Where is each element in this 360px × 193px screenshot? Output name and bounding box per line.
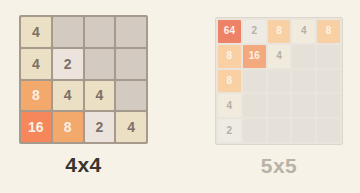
- tile-16-r4c1: 16: [21, 112, 51, 142]
- tile-8-r1c3: 8: [268, 20, 291, 43]
- tile-2-r5c1: 2: [218, 119, 241, 142]
- board-size-label-5x5: 5x5: [215, 154, 343, 178]
- empty-cell-r1c4: [116, 17, 146, 47]
- tile-4-r1c4: 4: [292, 20, 315, 43]
- board-size-chooser: 44284416824 4x4 6428488164842 5x5: [0, 0, 360, 193]
- tile-4-r1c1: 4: [21, 17, 51, 47]
- board-5x5-preview: 6428488164842: [215, 17, 343, 145]
- tile-8-r3c1: 8: [21, 81, 51, 111]
- tile-4-r4c4: 4: [116, 112, 146, 142]
- tile-4-r2c1: 4: [21, 49, 51, 79]
- empty-cell-r5c4: [292, 119, 315, 142]
- empty-cell-r2c3: [85, 49, 115, 79]
- empty-cell-r4c4: [292, 94, 315, 117]
- tile-8-r2c1: 8: [218, 45, 241, 68]
- tile-8-r3c1: 8: [218, 70, 241, 93]
- tile-64-r1c1: 64: [218, 20, 241, 43]
- empty-cell-r4c5: [317, 94, 340, 117]
- tile-4-r3c3: 4: [85, 81, 115, 111]
- tile-8-r1c5: 8: [317, 20, 340, 43]
- empty-cell-r2c5: [317, 45, 340, 68]
- tile-4-r3c2: 4: [53, 81, 83, 111]
- empty-cell-r4c3: [268, 94, 291, 117]
- empty-cell-r3c2: [243, 70, 266, 93]
- empty-cell-r1c2: [53, 17, 83, 47]
- empty-cell-r4c2: [243, 94, 266, 117]
- tile-4-r2c3: 4: [268, 45, 291, 68]
- empty-cell-r5c2: [243, 119, 266, 142]
- tile-2-r4c3: 2: [85, 112, 115, 142]
- empty-cell-r3c4: [292, 70, 315, 93]
- board-size-label-4x4: 4x4: [19, 153, 148, 177]
- board-4x4-preview: 44284416824: [19, 15, 148, 144]
- tile-16-r2c2: 16: [243, 45, 266, 68]
- empty-cell-r2c4: [292, 45, 315, 68]
- empty-cell-r3c5: [317, 70, 340, 93]
- tile-8-r4c2: 8: [53, 112, 83, 142]
- empty-cell-r1c3: [85, 17, 115, 47]
- empty-cell-r5c5: [317, 119, 340, 142]
- tile-4-r4c1: 4: [218, 94, 241, 117]
- empty-cell-r2c4: [116, 49, 146, 79]
- board-size-option-4x4[interactable]: 44284416824 4x4: [19, 15, 148, 177]
- empty-cell-r5c3: [268, 119, 291, 142]
- board-size-option-5x5[interactable]: 6428488164842 5x5: [215, 17, 343, 178]
- empty-cell-r3c4: [116, 81, 146, 111]
- tile-2-r1c2: 2: [243, 20, 266, 43]
- tile-2-r2c2: 2: [53, 49, 83, 79]
- empty-cell-r3c3: [268, 70, 291, 93]
